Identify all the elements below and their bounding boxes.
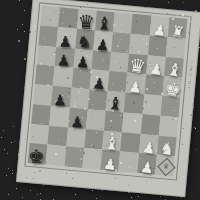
photo-scene: ♛♝♟♜♟♞♟♟♟♛♟♝♟♟♚♟♝♟♝♟♞♚♟♟ ı·ııı·ı··ıı·ı ♛ xyxy=(0,0,200,200)
dust-speck xyxy=(7,153,8,154)
dust-speck xyxy=(18,40,20,42)
dust-speck xyxy=(165,199,166,200)
dust-speck xyxy=(54,186,55,187)
dust-speck xyxy=(198,85,199,86)
square-r7c1[interactable] xyxy=(29,124,49,145)
piece-white-queen[interactable]: ♛ xyxy=(128,56,147,77)
square-r5c3[interactable] xyxy=(69,88,89,109)
dust-speck xyxy=(6,175,7,176)
dust-speck xyxy=(195,128,196,129)
dust-speck xyxy=(92,190,93,191)
piece-white-pawn[interactable]: ♟ xyxy=(139,160,154,177)
square-r1c2[interactable] xyxy=(58,7,78,28)
dust-speck xyxy=(187,5,188,6)
dust-speck xyxy=(168,2,169,3)
square-r3c5[interactable] xyxy=(109,52,129,73)
dust-speck xyxy=(196,154,197,155)
piece-white-pawn[interactable]: ♟ xyxy=(128,80,143,96)
side-inscription: ı·ııı·ı··ıı·ı xyxy=(187,61,195,90)
dust-speck xyxy=(16,108,18,110)
square-r3c8[interactable]: ♝ xyxy=(164,56,184,77)
piece-black-queen[interactable]: ♛ xyxy=(77,12,95,32)
dust-speck xyxy=(131,197,132,198)
dust-speck xyxy=(24,31,25,32)
piece-black-pawn[interactable]: ♟ xyxy=(75,55,89,71)
square-r1c1[interactable] xyxy=(40,6,60,27)
dust-speck xyxy=(16,188,17,189)
dust-speck xyxy=(22,94,23,95)
square-r3c6[interactable]: ♛ xyxy=(128,53,148,74)
dust-speck xyxy=(12,170,13,171)
piece-white-knight[interactable]: ♞ xyxy=(158,140,176,159)
square-r4c1[interactable] xyxy=(35,65,55,86)
square-r7c8[interactable]: ♞ xyxy=(157,135,177,156)
dust-speck xyxy=(22,47,23,48)
dust-speck xyxy=(14,9,15,10)
square-r1c5[interactable] xyxy=(113,12,133,33)
square-r7c6[interactable] xyxy=(120,132,140,153)
square-r7c7[interactable]: ♟ xyxy=(139,133,159,154)
dust-speck xyxy=(138,196,139,197)
dust-speck xyxy=(195,128,196,129)
dust-speck xyxy=(17,29,18,30)
piece-white-pawn[interactable]: ♟ xyxy=(141,140,157,157)
square-r7c2[interactable] xyxy=(48,125,68,146)
dust-speck xyxy=(5,158,7,160)
piece-white-pawn[interactable]: ♟ xyxy=(103,157,118,174)
dust-speck xyxy=(1,137,2,138)
dust-speck xyxy=(160,196,161,197)
dust-speck xyxy=(8,168,9,169)
dust-speck xyxy=(102,190,103,191)
piece-black-knight[interactable]: ♞ xyxy=(76,34,91,51)
dust-speck xyxy=(196,149,197,150)
square-r6c3[interactable]: ♟ xyxy=(68,107,88,128)
dust-speck xyxy=(12,173,13,174)
dust-speck xyxy=(4,149,5,150)
square-r3c1[interactable] xyxy=(37,45,57,66)
dust-speck xyxy=(17,96,18,97)
dust-speck xyxy=(3,130,4,131)
dust-speck xyxy=(194,127,195,128)
square-r4c8[interactable]: ♚ xyxy=(162,76,182,97)
dust-speck xyxy=(24,45,25,46)
square-r2c1[interactable] xyxy=(38,25,58,46)
dust-speck xyxy=(30,190,31,191)
piece-black-pawn[interactable]: ♟ xyxy=(54,93,68,108)
piece-black-bishop[interactable]: ♝ xyxy=(107,95,124,114)
dust-speck xyxy=(75,194,76,195)
square-r6c7[interactable] xyxy=(140,114,160,135)
square-r4c5[interactable] xyxy=(108,71,128,92)
piece-black-pawn[interactable]: ♟ xyxy=(95,37,110,53)
dust-speck xyxy=(11,142,12,143)
dust-speck xyxy=(19,0,20,1)
square-r6c6[interactable] xyxy=(122,112,142,133)
square-r5c2[interactable]: ♟ xyxy=(51,86,71,107)
dust-speck xyxy=(22,197,23,198)
dust-speck xyxy=(37,194,38,195)
square-r2c2[interactable]: ♟ xyxy=(57,27,77,48)
square-r1c4[interactable]: ♝ xyxy=(95,11,115,32)
square-r8c2[interactable] xyxy=(46,145,66,166)
piece-white-pawn[interactable]: ♟ xyxy=(148,61,164,78)
dust-speck xyxy=(78,196,79,197)
piece-white-king[interactable]: ♚ xyxy=(163,79,183,101)
square-r4c4[interactable]: ♟ xyxy=(89,70,109,91)
dust-speck xyxy=(183,2,184,3)
board-grid[interactable]: ♛♝♟♜♟♞♟♟♟♛♟♝♟♟♚♟♝♟♝♟♞♚♟♟ xyxy=(28,6,188,177)
square-r6c4[interactable] xyxy=(86,109,106,130)
square-r2c5[interactable] xyxy=(111,32,131,53)
dust-speck xyxy=(192,159,193,160)
piece-black-king[interactable]: ♚ xyxy=(28,147,45,166)
dust-speck xyxy=(40,193,41,194)
dust-speck xyxy=(22,24,23,25)
square-r7c5[interactable]: ♝ xyxy=(102,130,122,151)
square-r8c6[interactable] xyxy=(119,152,139,173)
square-r1c7[interactable]: ♟ xyxy=(149,15,169,36)
dust-speck xyxy=(18,16,19,17)
dust-speck xyxy=(123,0,124,1)
dust-speck xyxy=(197,124,199,126)
piece-black-pawn[interactable]: ♟ xyxy=(59,34,73,49)
piece-white-bishop[interactable]: ♝ xyxy=(103,134,120,153)
square-r2c6[interactable] xyxy=(129,33,149,54)
logo-crown-icon: ♛ xyxy=(162,163,169,171)
piece-white-rook[interactable]: ♜ xyxy=(170,24,186,41)
square-r7c4[interactable] xyxy=(84,129,104,150)
dust-speck xyxy=(24,10,25,11)
square-r6c8[interactable] xyxy=(158,115,178,136)
dust-speck xyxy=(31,196,32,197)
dust-speck xyxy=(5,149,6,150)
square-r5c1[interactable] xyxy=(33,84,53,105)
dust-speck xyxy=(53,199,54,200)
dust-speck xyxy=(193,128,194,129)
piece-black-pawn[interactable]: ♟ xyxy=(57,54,71,69)
dust-speck xyxy=(12,1,13,2)
dust-speck xyxy=(40,199,41,200)
square-r5c5[interactable]: ♝ xyxy=(106,91,126,112)
square-r6c1[interactable] xyxy=(31,104,51,125)
square-r3c7[interactable]: ♟ xyxy=(146,55,166,76)
piece-black-pawn[interactable]: ♟ xyxy=(92,76,107,92)
piece-white-pawn[interactable]: ♟ xyxy=(151,22,167,39)
chess-board[interactable]: ♛♝♟♜♟♞♟♟♟♛♟♝♟♟♚♟♝♟♝♟♞♚♟♟ ı·ııı·ı··ıı·ı ♛ xyxy=(16,0,200,197)
dust-speck xyxy=(13,126,14,127)
dust-speck xyxy=(14,141,15,142)
dust-speck xyxy=(189,192,190,193)
square-r5c7[interactable] xyxy=(142,94,162,115)
square-r1c3[interactable]: ♛ xyxy=(77,9,97,30)
piece-black-pawn[interactable]: ♟ xyxy=(70,114,84,130)
dust-speck xyxy=(8,194,9,195)
dust-speck xyxy=(18,3,20,5)
square-r1c8[interactable]: ♜ xyxy=(167,17,187,38)
square-r1c6[interactable] xyxy=(131,14,151,35)
piece-black-bishop[interactable]: ♝ xyxy=(96,15,113,33)
square-r8c3[interactable] xyxy=(64,147,84,168)
dust-speck xyxy=(43,185,44,186)
dust-speck xyxy=(96,198,97,199)
square-r8c1[interactable]: ♚ xyxy=(28,143,48,164)
dust-speck xyxy=(15,4,16,5)
square-r8c4[interactable] xyxy=(82,148,102,169)
